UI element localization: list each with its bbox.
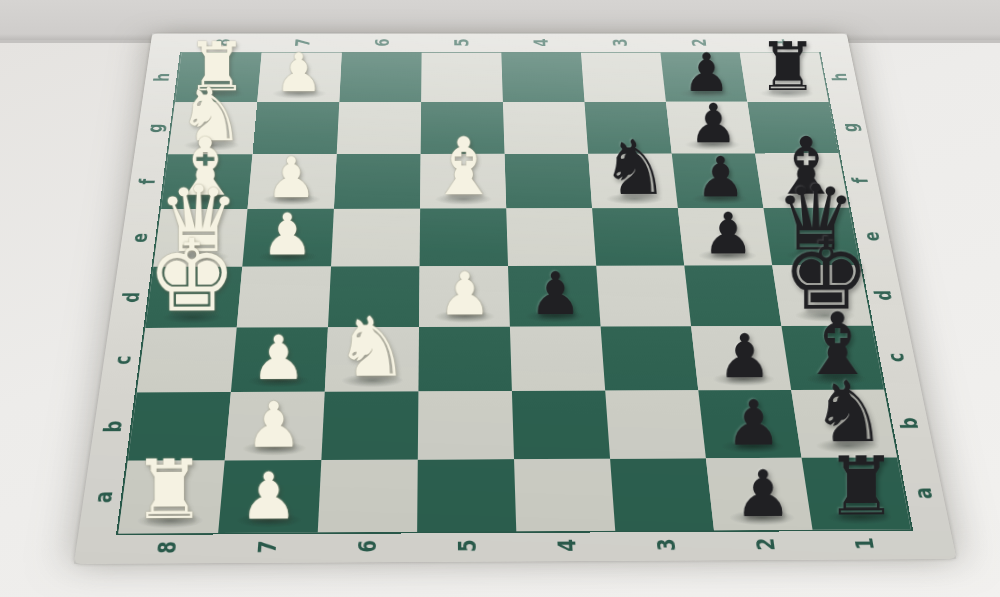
- chess-board: ♜♟♟♜♞♟♝♟♝♞♟♝♛♟♟♛♚♟♟♚♟♞♟♝♟♟♞♜♟♟♜ 87654321…: [74, 34, 957, 564]
- file-label-left-b: b: [97, 415, 130, 437]
- black-rook-glyph: ♜: [825, 448, 897, 525]
- piece-white-B-f5: ♝: [420, 154, 506, 209]
- white-bishop-glyph: ♝: [427, 129, 499, 205]
- square-g4: [503, 102, 588, 154]
- piece-black-P-c2: ♟: [691, 326, 791, 390]
- square-c7: ♟: [231, 327, 328, 392]
- square-b7: ♟: [225, 392, 325, 461]
- square-c3: [601, 326, 699, 390]
- square-d7: [237, 266, 331, 327]
- file-label-left-c: c: [106, 350, 138, 370]
- board-mat: ♜♟♟♜♞♟♝♟♝♞♟♝♛♟♟♛♚♟♟♚♟♞♟♝♟♟♞♜♟♟♜ 87654321…: [74, 34, 957, 564]
- white-pawn-glyph: ♟: [239, 466, 297, 528]
- file-label-left-h: h: [148, 69, 176, 85]
- square-h1: ♜: [740, 53, 829, 102]
- square-d5: ♟: [419, 266, 510, 327]
- black-knight-glyph: ♞: [601, 133, 669, 205]
- square-a4: [514, 459, 615, 532]
- white-pawn-glyph: ♟: [274, 48, 322, 99]
- piece-white-R-a8: ♜: [118, 460, 224, 533]
- square-a3: [610, 458, 714, 531]
- white-king-glyph: ♚: [146, 229, 236, 324]
- square-h7: ♟: [257, 53, 342, 102]
- square-c2: ♟: [691, 326, 791, 390]
- square-a8: ♜: [118, 460, 224, 533]
- square-b2: ♟: [698, 390, 801, 458]
- rank-label-top-2: 2: [685, 35, 712, 50]
- white-knight-glyph: ♞: [334, 309, 408, 388]
- white-pawn-glyph: ♟: [261, 208, 313, 263]
- square-b3: [605, 390, 706, 458]
- white-pawn-glyph: ♟: [266, 152, 317, 205]
- white-pawn-glyph: ♟: [251, 330, 306, 388]
- piece-white-P-d5: ♟: [419, 266, 510, 327]
- square-d2: [684, 265, 781, 326]
- square-c5: [418, 327, 511, 392]
- piece-black-P-e2: ♟: [678, 208, 772, 266]
- file-label-right-h: h: [826, 69, 854, 85]
- black-pawn-glyph: ♟: [695, 151, 745, 204]
- square-e2: ♟: [678, 208, 772, 266]
- square-h6: [339, 53, 421, 102]
- file-label-left-a: a: [86, 485, 120, 508]
- piece-black-P-a2: ♟: [706, 458, 813, 530]
- rank-label-bottom-2: 2: [748, 532, 782, 556]
- file-label-right-b: b: [892, 412, 926, 434]
- piece-white-P-e7: ♟: [242, 209, 334, 267]
- square-c8: [137, 328, 237, 393]
- piece-white-P-c7: ♟: [231, 327, 328, 392]
- square-b5: [418, 391, 514, 460]
- square-e3: [592, 208, 684, 266]
- square-f3: ♞: [588, 154, 678, 209]
- piece-black-N-f3: ♞: [588, 154, 678, 209]
- piece-white-P-b7: ♟: [225, 392, 325, 461]
- square-f5: ♝: [420, 154, 506, 209]
- file-label-left-g: g: [141, 120, 170, 136]
- piece-black-R-h1: ♜: [740, 53, 829, 102]
- square-h4: [501, 53, 584, 102]
- square-a2: ♟: [706, 458, 813, 530]
- rank-label-bottom-5: 5: [451, 534, 483, 558]
- rank-label-top-3: 3: [607, 35, 633, 50]
- square-e4: [506, 208, 596, 266]
- white-pawn-glyph: ♟: [245, 396, 302, 456]
- file-label-right-a: a: [906, 481, 941, 504]
- square-h3: [581, 53, 666, 102]
- square-a1: ♜: [802, 457, 911, 529]
- piece-white-P-a7: ♟: [218, 460, 321, 533]
- rank-label-top-8: 8: [209, 35, 236, 50]
- rank-label-top-5: 5: [449, 35, 474, 50]
- square-b4: [512, 391, 610, 459]
- rank-label-bottom-6: 6: [351, 534, 383, 558]
- rank-label-bottom-8: 8: [149, 535, 183, 559]
- file-label-left-d: d: [116, 287, 147, 306]
- rank-label-top-7: 7: [289, 35, 315, 50]
- piece-black-R-a1: ♜: [802, 457, 911, 529]
- white-rook-glyph: ♜: [132, 451, 206, 529]
- square-a5: [417, 459, 516, 532]
- rank-label-top-4: 4: [528, 35, 554, 50]
- photo-scene: ♜♟♟♜♞♟♝♟♝♞♟♝♛♟♟♛♚♟♟♚♟♞♟♝♟♟♞♜♟♟♜ 87654321…: [0, 0, 1000, 597]
- square-d4: ♟: [508, 266, 601, 327]
- black-pawn-glyph: ♟: [734, 464, 792, 525]
- piece-white-K-d8: ♚: [145, 267, 242, 328]
- rank-label-top-1: 1: [764, 35, 791, 50]
- square-d3: [596, 266, 691, 327]
- square-c6: ♞: [325, 327, 419, 392]
- rank-label-bottom-1: 1: [847, 532, 882, 556]
- square-a7: ♟: [218, 460, 321, 533]
- rank-label-top-6: 6: [369, 35, 395, 50]
- black-pawn-glyph: ♟: [689, 98, 738, 150]
- white-pawn-glyph: ♟: [438, 267, 491, 323]
- square-d8: ♚: [145, 267, 242, 328]
- piece-black-P-d4: ♟: [508, 266, 601, 327]
- black-pawn-glyph: ♟: [725, 394, 781, 454]
- rank-label-bottom-4: 4: [550, 533, 583, 557]
- square-c4: [510, 327, 605, 392]
- square-b6: [321, 391, 418, 460]
- file-label-right-g: g: [835, 119, 864, 135]
- black-pawn-glyph: ♟: [702, 207, 753, 262]
- square-f6: [334, 154, 421, 209]
- square-f4: [504, 154, 592, 209]
- file-label-right-f: f: [845, 172, 875, 189]
- square-a6: [318, 460, 418, 533]
- black-pawn-glyph: ♟: [717, 328, 771, 386]
- square-e7: ♟: [242, 209, 334, 267]
- square-e6: [331, 209, 420, 267]
- piece-white-P-h7: ♟: [257, 53, 342, 102]
- square-e5: [420, 208, 508, 266]
- piece-black-P-b2: ♟: [698, 390, 801, 458]
- board-grid: ♜♟♟♜♞♟♝♟♝♞♟♝♛♟♟♛♚♟♟♚♟♞♟♝♟♟♞♜♟♟♜: [118, 53, 911, 534]
- square-h5: [421, 53, 503, 102]
- rank-label-bottom-3: 3: [649, 533, 683, 557]
- piece-white-N-c6: ♞: [325, 327, 419, 392]
- black-pawn-glyph: ♟: [528, 266, 581, 322]
- rank-label-bottom-7: 7: [250, 535, 283, 559]
- square-g6: [337, 102, 421, 154]
